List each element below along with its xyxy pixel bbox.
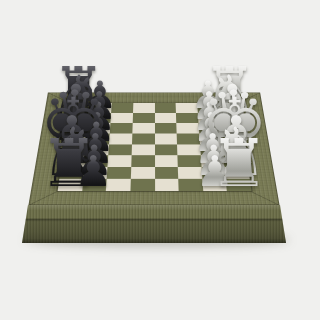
board-square: [220, 123, 243, 133]
board-square: [154, 123, 176, 133]
board-square: [199, 133, 222, 144]
board-square: [87, 133, 110, 144]
board-square: [111, 113, 133, 123]
board-square: [176, 103, 198, 113]
board-square: [62, 144, 86, 155]
board-square: [200, 144, 224, 155]
board-square: [106, 179, 131, 191]
board-square: [197, 103, 219, 113]
board-square: [176, 113, 198, 123]
board-square: [64, 133, 88, 144]
board-square: [198, 123, 221, 133]
board-square: [226, 179, 252, 191]
product-photo-stage: ♜♞♝♛♚♝♞♜♟♟♟♟♟♟♟♟♟♟♟♟♟♟♟♟♜♞♝♛♚♝♞♜: [0, 0, 320, 320]
board-square: [85, 144, 109, 155]
board-square: [110, 123, 133, 133]
board-square: [67, 113, 90, 123]
board-square: [155, 144, 178, 155]
board-square: [111, 103, 133, 113]
board-square: [198, 113, 221, 123]
board-square: [154, 113, 176, 123]
board-square: [155, 167, 179, 179]
board-square: [131, 144, 154, 155]
board-square: [177, 144, 200, 155]
board-square: [65, 123, 88, 133]
fabric-miter-seam: [29, 192, 57, 206]
board-square: [90, 103, 112, 113]
board-square: [132, 133, 155, 144]
board-square: [154, 103, 176, 113]
board-square: [61, 155, 86, 167]
board-square: [131, 155, 154, 167]
board-square: [109, 133, 132, 144]
board-square: [222, 144, 246, 155]
board-square: [176, 123, 199, 133]
chess-board: [56, 103, 252, 192]
board-square: [133, 103, 155, 113]
board-square: [84, 155, 108, 167]
board-square: [132, 123, 154, 133]
board-square: [224, 155, 249, 167]
board-square: [155, 155, 178, 167]
board-square: [225, 167, 250, 179]
board-square: [68, 103, 91, 113]
board-square: [133, 113, 155, 123]
board-square: [177, 133, 200, 144]
board-square: [178, 155, 202, 167]
board-square: [131, 167, 155, 179]
board-square: [130, 179, 154, 191]
board-square: [154, 133, 177, 144]
board-square: [178, 167, 202, 179]
board-square: [89, 113, 112, 123]
board-square: [202, 179, 227, 191]
fabric-miter-seam: [251, 192, 279, 206]
chess-box-top: [28, 93, 279, 205]
board-square: [201, 167, 226, 179]
board-square: [108, 144, 131, 155]
board-square: [82, 179, 107, 191]
board-square: [83, 167, 108, 179]
board-square: [221, 133, 245, 144]
board-square: [178, 179, 203, 191]
board-square: [218, 103, 241, 113]
board-square: [59, 167, 84, 179]
chess-box-front: [0, 205, 320, 243]
board-square: [88, 123, 111, 133]
board-square: [219, 113, 242, 123]
board-square: [58, 179, 83, 191]
board-square: [201, 155, 225, 167]
board-square: [155, 179, 179, 191]
board-square: [107, 167, 131, 179]
fabric-miter-seam: [239, 93, 260, 103]
board-square: [108, 155, 132, 167]
fabric-miter-seam: [48, 93, 69, 103]
